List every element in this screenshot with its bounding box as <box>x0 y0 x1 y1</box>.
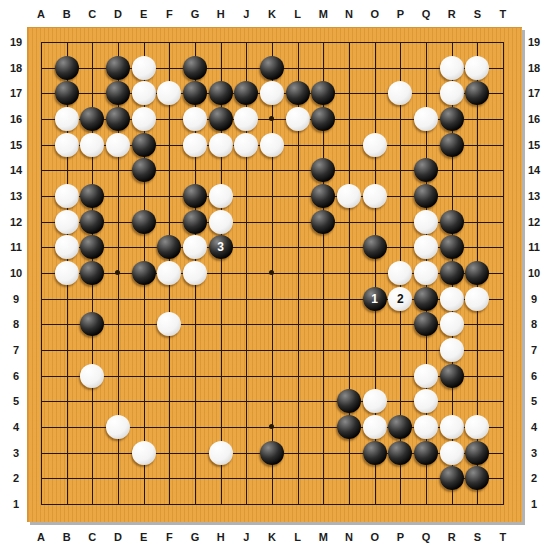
white-stone <box>363 389 387 413</box>
coord-label-left: 6 <box>13 370 19 382</box>
move-number-label: 2 <box>397 293 404 305</box>
coord-label-top: E <box>140 8 147 20</box>
black-stone <box>440 210 464 234</box>
white-stone <box>440 415 464 439</box>
coord-label-bottom: A <box>37 531 45 543</box>
coord-label-right: 2 <box>531 472 537 484</box>
coord-label-left: 7 <box>13 344 19 356</box>
coord-label-bottom: N <box>345 531 353 543</box>
coord-label-right: 7 <box>531 344 537 356</box>
black-stone <box>260 56 284 80</box>
black-stone <box>337 415 361 439</box>
move-number-label: 1 <box>371 293 378 305</box>
coord-label-bottom: E <box>140 531 147 543</box>
white-stone: 2 <box>388 287 412 311</box>
black-stone: 1 <box>363 287 387 311</box>
white-stone <box>183 107 207 131</box>
white-stone <box>55 184 79 208</box>
coord-label-right: 13 <box>528 190 540 202</box>
coord-label-bottom: H <box>217 531 225 543</box>
white-stone <box>414 107 438 131</box>
white-stone <box>209 210 233 234</box>
white-stone <box>440 81 464 105</box>
coord-label-left: 9 <box>13 293 19 305</box>
black-stone <box>260 441 284 465</box>
coord-label-top: L <box>294 8 301 20</box>
white-stone <box>363 133 387 157</box>
black-stone <box>183 210 207 234</box>
coord-label-left: 14 <box>10 164 22 176</box>
white-stone <box>414 210 438 234</box>
coord-label-left: 10 <box>10 267 22 279</box>
coord-label-left: 11 <box>10 241 22 253</box>
coord-label-bottom: J <box>243 531 249 543</box>
black-stone <box>132 261 156 285</box>
black-stone <box>440 261 464 285</box>
white-stone <box>414 415 438 439</box>
coord-label-bottom: G <box>191 531 200 543</box>
black-stone <box>132 158 156 182</box>
coord-label-left: 5 <box>13 395 19 407</box>
coord-label-bottom: L <box>294 531 301 543</box>
black-stone <box>106 107 130 131</box>
grid-line <box>503 42 504 505</box>
black-stone <box>132 210 156 234</box>
white-stone <box>440 441 464 465</box>
coord-label-right: 15 <box>528 139 540 151</box>
white-stone <box>80 364 104 388</box>
white-stone <box>55 210 79 234</box>
coord-label-right: 3 <box>531 447 537 459</box>
white-stone <box>440 56 464 80</box>
white-stone <box>363 415 387 439</box>
coord-label-bottom: R <box>448 531 456 543</box>
coord-label-top: K <box>268 8 276 20</box>
coord-label-right: 11 <box>528 241 540 253</box>
grid-line <box>41 504 504 505</box>
white-stone <box>209 184 233 208</box>
white-stone <box>209 133 233 157</box>
coord-label-left: 4 <box>13 421 19 433</box>
black-stone <box>106 56 130 80</box>
coord-label-top: M <box>319 8 328 20</box>
coord-label-left: 16 <box>10 113 22 125</box>
coord-label-left: 8 <box>13 318 19 330</box>
black-stone <box>440 466 464 490</box>
white-stone <box>55 133 79 157</box>
white-stone <box>414 364 438 388</box>
coord-label-bottom: O <box>370 531 379 543</box>
coord-label-left: 13 <box>10 190 22 202</box>
coord-label-top: H <box>217 8 225 20</box>
white-stone <box>183 133 207 157</box>
coord-label-left: 17 <box>10 87 22 99</box>
coord-label-bottom: P <box>397 531 404 543</box>
go-diagram-page: AABBCCDDEEFFGGHHJJKKLLMMNNOOPPQQRRSSTT19… <box>0 0 550 550</box>
coord-label-right: 14 <box>528 164 540 176</box>
white-stone <box>260 133 284 157</box>
coord-label-top: Q <box>422 8 431 20</box>
coord-label-right: 9 <box>531 293 537 305</box>
black-stone <box>183 56 207 80</box>
coord-label-left: 1 <box>13 498 19 510</box>
coord-label-top: C <box>88 8 96 20</box>
coord-label-bottom: F <box>166 531 173 543</box>
coord-label-left: 19 <box>10 36 22 48</box>
coord-label-right: 10 <box>528 267 540 279</box>
white-stone <box>55 261 79 285</box>
coord-label-bottom: D <box>114 531 122 543</box>
black-stone <box>363 441 387 465</box>
coord-label-top: S <box>474 8 481 20</box>
black-stone <box>286 81 310 105</box>
coord-label-right: 8 <box>531 318 537 330</box>
coord-label-top: T <box>500 8 507 20</box>
move-number-label: 3 <box>217 241 224 253</box>
coord-label-top: G <box>191 8 200 20</box>
black-stone <box>55 56 79 80</box>
coord-label-right: 6 <box>531 370 537 382</box>
coord-label-right: 5 <box>531 395 537 407</box>
grid-line <box>41 350 504 351</box>
white-stone <box>440 338 464 362</box>
black-stone <box>414 184 438 208</box>
coord-label-top: B <box>63 8 71 20</box>
coord-label-right: 1 <box>531 498 537 510</box>
black-stone <box>209 107 233 131</box>
black-stone <box>363 235 387 259</box>
coord-label-right: 19 <box>528 36 540 48</box>
coord-label-left: 15 <box>10 139 22 151</box>
coord-label-right: 18 <box>528 62 540 74</box>
coord-label-left: 18 <box>10 62 22 74</box>
coord-label-bottom: S <box>474 531 481 543</box>
white-stone <box>465 287 489 311</box>
coord-label-bottom: Q <box>422 531 431 543</box>
coord-label-top: J <box>243 8 249 20</box>
coord-label-right: 16 <box>528 113 540 125</box>
white-stone <box>132 56 156 80</box>
coord-label-top: O <box>370 8 379 20</box>
coord-label-left: 3 <box>13 447 19 459</box>
coord-label-bottom: K <box>268 531 276 543</box>
black-stone <box>388 441 412 465</box>
white-stone <box>132 81 156 105</box>
coord-label-bottom: B <box>63 531 71 543</box>
grid-line <box>41 478 504 479</box>
coord-label-top: D <box>114 8 122 20</box>
white-stone <box>132 441 156 465</box>
white-stone <box>106 133 130 157</box>
coord-label-top: A <box>37 8 45 20</box>
white-stone <box>440 287 464 311</box>
white-stone <box>209 441 233 465</box>
black-stone <box>132 133 156 157</box>
white-stone <box>440 312 464 336</box>
coord-label-bottom: M <box>319 531 328 543</box>
coord-label-right: 4 <box>531 421 537 433</box>
coord-label-top: F <box>166 8 173 20</box>
white-stone <box>363 184 387 208</box>
white-stone <box>183 261 207 285</box>
coord-label-right: 17 <box>528 87 540 99</box>
black-stone <box>209 81 233 105</box>
white-stone <box>286 107 310 131</box>
black-stone <box>55 81 79 105</box>
coord-label-left: 12 <box>10 216 22 228</box>
white-stone <box>337 184 361 208</box>
black-stone <box>440 364 464 388</box>
coord-label-top: N <box>345 8 353 20</box>
coord-label-right: 12 <box>528 216 540 228</box>
black-stone <box>440 235 464 259</box>
white-stone <box>234 133 258 157</box>
white-stone <box>414 261 438 285</box>
black-stone <box>440 107 464 131</box>
black-stone <box>311 210 335 234</box>
black-stone <box>80 210 104 234</box>
coord-label-bottom: T <box>500 531 507 543</box>
black-stone <box>183 184 207 208</box>
white-stone <box>80 133 104 157</box>
white-stone <box>55 107 79 131</box>
black-stone: 3 <box>209 235 233 259</box>
coord-label-bottom: C <box>88 531 96 543</box>
black-stone <box>465 441 489 465</box>
white-stone <box>465 56 489 80</box>
black-stone <box>414 441 438 465</box>
white-stone <box>55 235 79 259</box>
black-stone <box>414 287 438 311</box>
white-stone <box>106 415 130 439</box>
coord-label-left: 2 <box>13 472 19 484</box>
black-stone <box>440 133 464 157</box>
coord-label-top: P <box>397 8 404 20</box>
coord-label-top: R <box>448 8 456 20</box>
white-stone <box>132 107 156 131</box>
